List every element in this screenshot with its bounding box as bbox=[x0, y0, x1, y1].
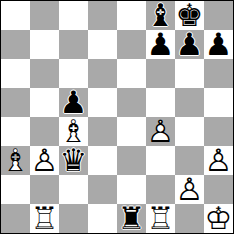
square-a1[interactable] bbox=[1, 204, 30, 233]
square-b1[interactable]: ♜♖ bbox=[30, 204, 59, 233]
square-h1[interactable]: ♚♔ bbox=[204, 204, 233, 233]
black-queen: ♛ bbox=[59, 146, 88, 175]
square-c2[interactable] bbox=[59, 175, 88, 204]
bishop-fill: ♝ bbox=[59, 117, 88, 146]
king-fill: ♚ bbox=[204, 204, 233, 233]
square-h3[interactable]: ♟♙ bbox=[204, 146, 233, 175]
square-f2[interactable] bbox=[146, 175, 175, 204]
square-a3[interactable]: ♝♗ bbox=[1, 146, 30, 175]
white-pawn: ♟♙ bbox=[204, 146, 233, 175]
square-f3[interactable] bbox=[146, 146, 175, 175]
square-f4[interactable]: ♟♙ bbox=[146, 117, 175, 146]
white-bishop-icon: ♗ bbox=[1, 146, 30, 175]
white-rook-icon: ♖ bbox=[146, 204, 175, 233]
pawn-fill: ♟ bbox=[30, 146, 59, 175]
square-h2[interactable] bbox=[204, 175, 233, 204]
square-b6[interactable] bbox=[30, 59, 59, 88]
square-a4[interactable] bbox=[1, 117, 30, 146]
square-e3[interactable] bbox=[117, 146, 146, 175]
square-a5[interactable] bbox=[1, 88, 30, 117]
square-g7[interactable]: ♟ bbox=[175, 30, 204, 59]
white-rook: ♜♖ bbox=[30, 204, 59, 233]
square-f6[interactable] bbox=[146, 59, 175, 88]
black-pawn-icon: ♟ bbox=[146, 30, 175, 59]
square-e1[interactable]: ♜ bbox=[117, 204, 146, 233]
square-g6[interactable] bbox=[175, 59, 204, 88]
white-pawn-icon: ♙ bbox=[204, 146, 233, 175]
square-b8[interactable] bbox=[30, 1, 59, 30]
black-rook: ♜ bbox=[117, 204, 146, 233]
square-f7[interactable]: ♟ bbox=[146, 30, 175, 59]
square-d8[interactable] bbox=[88, 1, 117, 30]
pawn-fill: ♟ bbox=[204, 146, 233, 175]
square-f8[interactable]: ♝ bbox=[146, 1, 175, 30]
square-h5[interactable] bbox=[204, 88, 233, 117]
rook-fill: ♜ bbox=[146, 204, 175, 233]
square-d1[interactable] bbox=[88, 204, 117, 233]
square-h4[interactable] bbox=[204, 117, 233, 146]
rook-fill: ♜ bbox=[30, 204, 59, 233]
black-king-icon: ♚ bbox=[175, 1, 204, 30]
black-pawn-icon: ♟ bbox=[59, 88, 88, 117]
black-pawn: ♟ bbox=[175, 30, 204, 59]
white-pawn-icon: ♙ bbox=[146, 117, 175, 146]
square-b2[interactable] bbox=[30, 175, 59, 204]
pawn-fill: ♟ bbox=[175, 175, 204, 204]
white-pawn-icon: ♙ bbox=[175, 175, 204, 204]
square-e2[interactable] bbox=[117, 175, 146, 204]
square-e6[interactable] bbox=[117, 59, 146, 88]
black-bishop: ♝ bbox=[146, 1, 175, 30]
square-a8[interactable] bbox=[1, 1, 30, 30]
square-d3[interactable] bbox=[88, 146, 117, 175]
white-king-icon: ♔ bbox=[204, 204, 233, 233]
square-b7[interactable] bbox=[30, 30, 59, 59]
white-bishop-icon: ♗ bbox=[59, 117, 88, 146]
chess-diagram: ♝♚♟♟♟♟♝♗♟♙♝♗♟♙♛♟♙♟♙♜♖♜♜♖♚♔ bbox=[0, 0, 234, 234]
black-pawn-icon: ♟ bbox=[175, 30, 204, 59]
black-queen-icon: ♛ bbox=[59, 146, 88, 175]
square-f5[interactable] bbox=[146, 88, 175, 117]
square-d6[interactable] bbox=[88, 59, 117, 88]
white-pawn: ♟♙ bbox=[146, 117, 175, 146]
square-e4[interactable] bbox=[117, 117, 146, 146]
square-c8[interactable] bbox=[59, 1, 88, 30]
square-c4[interactable]: ♝♗ bbox=[59, 117, 88, 146]
square-c5[interactable]: ♟ bbox=[59, 88, 88, 117]
square-b5[interactable] bbox=[30, 88, 59, 117]
black-bishop-icon: ♝ bbox=[146, 1, 175, 30]
square-c6[interactable] bbox=[59, 59, 88, 88]
white-king: ♚♔ bbox=[204, 204, 233, 233]
square-c3[interactable]: ♛ bbox=[59, 146, 88, 175]
pawn-fill: ♟ bbox=[146, 117, 175, 146]
square-g2[interactable]: ♟♙ bbox=[175, 175, 204, 204]
white-rook-icon: ♖ bbox=[30, 204, 59, 233]
square-d5[interactable] bbox=[88, 88, 117, 117]
square-g8[interactable]: ♚ bbox=[175, 1, 204, 30]
chess-board: ♝♚♟♟♟♟♝♗♟♙♝♗♟♙♛♟♙♟♙♜♖♜♜♖♚♔ bbox=[0, 0, 234, 234]
black-pawn: ♟ bbox=[204, 30, 233, 59]
black-pawn: ♟ bbox=[146, 30, 175, 59]
white-pawn: ♟♙ bbox=[30, 146, 59, 175]
square-b3[interactable]: ♟♙ bbox=[30, 146, 59, 175]
square-h7[interactable]: ♟ bbox=[204, 30, 233, 59]
white-rook: ♜♖ bbox=[146, 204, 175, 233]
square-e7[interactable] bbox=[117, 30, 146, 59]
square-g4[interactable] bbox=[175, 117, 204, 146]
square-e5[interactable] bbox=[117, 88, 146, 117]
black-pawn: ♟ bbox=[59, 88, 88, 117]
square-h8[interactable] bbox=[204, 1, 233, 30]
square-d4[interactable] bbox=[88, 117, 117, 146]
square-g5[interactable] bbox=[175, 88, 204, 117]
square-c1[interactable] bbox=[59, 204, 88, 233]
square-a7[interactable] bbox=[1, 30, 30, 59]
white-bishop: ♝♗ bbox=[59, 117, 88, 146]
square-c7[interactable] bbox=[59, 30, 88, 59]
black-king: ♚ bbox=[175, 1, 204, 30]
square-h6[interactable] bbox=[204, 59, 233, 88]
bishop-fill: ♝ bbox=[1, 146, 30, 175]
white-bishop: ♝♗ bbox=[1, 146, 30, 175]
square-f1[interactable]: ♜♖ bbox=[146, 204, 175, 233]
square-a2[interactable] bbox=[1, 175, 30, 204]
square-b4[interactable] bbox=[30, 117, 59, 146]
black-rook-icon: ♜ bbox=[117, 204, 146, 233]
white-pawn: ♟♙ bbox=[175, 175, 204, 204]
square-a6[interactable] bbox=[1, 59, 30, 88]
square-g3[interactable] bbox=[175, 146, 204, 175]
black-pawn-icon: ♟ bbox=[204, 30, 233, 59]
square-d7[interactable] bbox=[88, 30, 117, 59]
square-d2[interactable] bbox=[88, 175, 117, 204]
square-g1[interactable] bbox=[175, 204, 204, 233]
square-e8[interactable] bbox=[117, 1, 146, 30]
white-pawn-icon: ♙ bbox=[30, 146, 59, 175]
